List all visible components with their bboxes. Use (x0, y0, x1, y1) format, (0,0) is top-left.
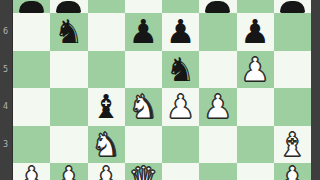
square-g5[interactable]: ♟ (237, 51, 274, 89)
square-h6[interactable] (274, 13, 311, 51)
black-pawn-icon (19, 1, 44, 13)
square-e4[interactable]: ♟ (162, 88, 199, 126)
black-pawn-icon: ♟ (162, 13, 199, 51)
square-e7[interactable] (162, 0, 199, 13)
square-h3[interactable]: ♝ (274, 126, 311, 164)
square-a6[interactable] (13, 13, 50, 51)
white-queen-icon: ♛ (125, 163, 162, 180)
square-d2[interactable]: ♛ (125, 163, 162, 180)
rank-label-3: 3 (0, 140, 11, 149)
square-h4[interactable] (274, 88, 311, 126)
rank-label-6: 6 (0, 27, 11, 36)
square-a4[interactable] (13, 88, 50, 126)
square-a5[interactable] (13, 51, 50, 89)
square-e3[interactable] (162, 126, 199, 164)
square-g4[interactable] (237, 88, 274, 126)
square-e2[interactable] (162, 163, 199, 180)
square-b4[interactable] (50, 88, 87, 126)
black-knight-icon: ♞ (50, 13, 87, 51)
square-d5[interactable] (125, 51, 162, 89)
white-knight-icon: ♞ (125, 88, 162, 126)
white-pawn-icon: ♟ (199, 88, 236, 126)
square-b7[interactable] (50, 0, 87, 13)
chess-board: ♞♟♟♟♞♟♝♞♟♟♞♝♟♟♟♛♟ (12, 0, 311, 180)
square-b5[interactable] (50, 51, 87, 89)
square-e5[interactable]: ♞ (162, 51, 199, 89)
square-c7[interactable] (88, 0, 125, 13)
rank-label-5: 5 (0, 65, 11, 74)
black-pawn-icon (56, 1, 81, 13)
white-pawn-icon: ♟ (162, 88, 199, 126)
square-b3[interactable] (50, 126, 87, 164)
square-g2[interactable] (237, 163, 274, 180)
white-pawn-icon: ♟ (50, 163, 87, 180)
square-d3[interactable] (125, 126, 162, 164)
black-pawn-icon (205, 1, 230, 13)
white-pawn-icon: ♟ (274, 163, 311, 180)
white-bishop-icon: ♝ (274, 126, 311, 164)
square-g6[interactable]: ♟ (237, 13, 274, 51)
square-b6[interactable]: ♞ (50, 13, 87, 51)
square-f6[interactable] (199, 13, 236, 51)
square-c6[interactable] (88, 13, 125, 51)
white-pawn-icon: ♟ (13, 163, 50, 180)
square-d6[interactable]: ♟ (125, 13, 162, 51)
black-pawn-icon: ♟ (125, 13, 162, 51)
square-a3[interactable] (13, 126, 50, 164)
square-h2[interactable]: ♟ (274, 163, 311, 180)
square-f5[interactable] (199, 51, 236, 89)
square-c3[interactable]: ♞ (88, 126, 125, 164)
square-g7[interactable] (237, 0, 274, 13)
black-knight-icon: ♞ (162, 51, 199, 89)
square-f4[interactable]: ♟ (199, 88, 236, 126)
square-d7[interactable] (125, 0, 162, 13)
square-c2[interactable]: ♟ (88, 163, 125, 180)
square-f3[interactable] (199, 126, 236, 164)
white-knight-icon: ♞ (88, 126, 125, 164)
square-f7[interactable] (199, 0, 236, 13)
chess-board-screenshot: ♞♟♟♟♞♟♝♞♟♟♞♝♟♟♟♛♟ 6 5 4 3 (0, 0, 320, 180)
square-b2[interactable]: ♟ (50, 163, 87, 180)
white-pawn-icon: ♟ (88, 163, 125, 180)
square-a7[interactable] (13, 0, 50, 13)
square-e6[interactable]: ♟ (162, 13, 199, 51)
black-bishop-icon: ♝ (88, 88, 125, 126)
square-g3[interactable] (237, 126, 274, 164)
black-pawn-icon: ♟ (237, 13, 274, 51)
square-h7[interactable] (274, 0, 311, 13)
square-c4[interactable]: ♝ (88, 88, 125, 126)
white-pawn-icon: ♟ (237, 51, 274, 89)
square-f2[interactable] (199, 163, 236, 180)
black-pawn-icon (280, 1, 305, 13)
square-d4[interactable]: ♞ (125, 88, 162, 126)
rank-label-4: 4 (0, 102, 11, 111)
square-c5[interactable] (88, 51, 125, 89)
square-h5[interactable] (274, 51, 311, 89)
square-a2[interactable]: ♟ (13, 163, 50, 180)
